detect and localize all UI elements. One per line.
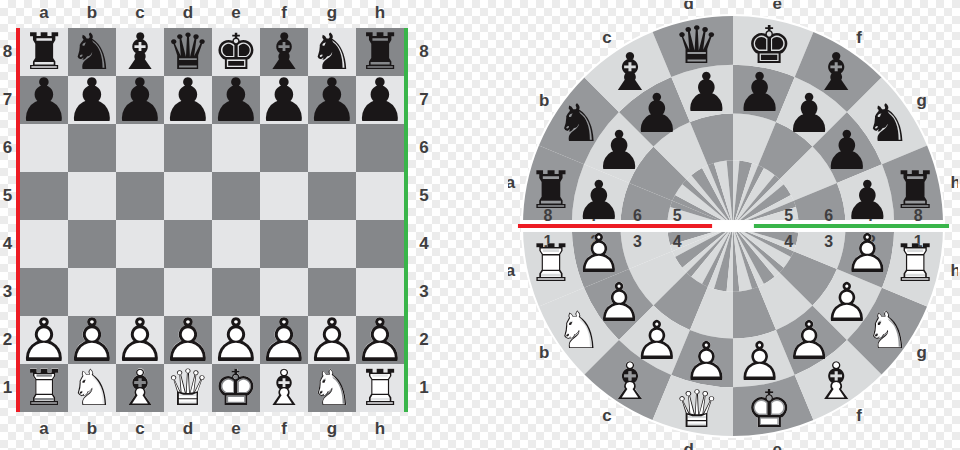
rank-labels-left: 87654321 [0, 28, 15, 412]
file-labels-bottom: abcdefgh [20, 418, 404, 440]
ranks-right-6: 6 [410, 124, 438, 172]
sector-label-c-bottom: c [602, 406, 611, 425]
files-bottom-d: d [164, 418, 212, 440]
ring-number-topright-6: 6 [824, 207, 833, 224]
ranks-left-1: 1 [0, 364, 15, 412]
piece-glyph: ♝ [607, 42, 653, 102]
black-rook-a8-circular[interactable]: ♜ [528, 160, 574, 220]
circular-board-panel: 8765123456784321♟♜♟♞♟♝♟♛♟♚♟♝♟♞♟♜♟♙♜♖♟♙♞♘… [508, 1, 958, 450]
square-a5[interactable] [20, 172, 68, 220]
files-bottom-b: b [68, 418, 116, 440]
square-f5[interactable] [260, 172, 308, 220]
file-labels-top: abcdefgh [20, 2, 404, 24]
square-g6[interactable] [308, 124, 356, 172]
files-top-d: d [164, 2, 212, 24]
square-a4[interactable] [20, 220, 68, 268]
sector-label-b-bottom: b [539, 343, 549, 362]
ring-number-bottomleft-3: 3 [633, 233, 642, 250]
ranks-right-5: 5 [410, 172, 438, 220]
black-pawn-a7[interactable]: ♟ [20, 76, 68, 124]
square-d4[interactable] [164, 220, 212, 268]
ring-number-bottomleft-4: 4 [673, 233, 682, 250]
square-e1[interactable]: ♚♔ [212, 364, 260, 412]
ring-number-bottomright-4: 4 [784, 233, 793, 250]
white-pawn-d2[interactable]: ♟♙ [164, 316, 212, 364]
ring-number-bottomright-3: 3 [824, 233, 833, 250]
piece-outline: ♕ [674, 379, 720, 439]
piece-outline: ♘ [308, 364, 356, 412]
square-f1[interactable]: ♝♗ [260, 364, 308, 412]
piece-glyph: ♜ [528, 160, 574, 220]
standard-board-grid: ♜♞♝♛♚♝♞♜♟♟♟♟♟♟♟♟♟♙♟♙♟♙♟♙♟♙♟♙♟♙♟♙♜♖♞♘♝♗♛♕… [20, 28, 404, 412]
piece-outline: ♙ [20, 316, 68, 364]
ranks-left-5: 5 [0, 172, 15, 220]
piece-outline: ♗ [116, 364, 164, 412]
piece-outline: ♙ [356, 316, 404, 364]
square-a6[interactable] [20, 124, 68, 172]
square-h2[interactable]: ♟♙ [356, 316, 404, 364]
black-pawn-h7[interactable]: ♟ [356, 76, 404, 124]
white-knight-g1-circular[interactable]: ♞♘ [864, 300, 910, 360]
piece-glyph: ♝ [813, 42, 859, 102]
square-f2[interactable]: ♟♙ [260, 316, 308, 364]
sector-label-c-top: c [602, 28, 611, 47]
square-d2[interactable]: ♟♙ [164, 316, 212, 364]
square-e4[interactable] [212, 220, 260, 268]
files-bottom-g: g [308, 418, 356, 440]
white-pawn-c2[interactable]: ♟♙ [116, 316, 164, 364]
square-d6[interactable] [164, 124, 212, 172]
white-knight-b1-circular[interactable]: ♞♘ [555, 300, 601, 360]
piece-outline: ♖ [528, 233, 574, 293]
piece-outline: ♖ [356, 364, 404, 412]
square-b1[interactable]: ♞♘ [68, 364, 116, 412]
piece-glyph: ♞ [555, 93, 601, 153]
sector-label-a-bottom: a [508, 261, 516, 280]
white-bishop-f1[interactable]: ♝♗ [260, 364, 308, 412]
square-g4[interactable] [308, 220, 356, 268]
black-pawn-e7[interactable]: ♟ [212, 76, 260, 124]
sector-label-f-top: f [856, 28, 862, 47]
black-rook-h8-circular[interactable]: ♜ [892, 160, 938, 220]
files-bottom-c: c [116, 418, 164, 440]
black-bishop-c8-circular[interactable]: ♝ [607, 42, 653, 102]
white-pawn-f2[interactable]: ♟♙ [260, 316, 308, 364]
files-top-b: b [68, 2, 116, 24]
square-c5[interactable] [116, 172, 164, 220]
black-pawn-g7[interactable]: ♟ [308, 76, 356, 124]
piece-outline: ♙ [68, 316, 116, 364]
piece-glyph: ♚ [746, 15, 792, 75]
piece-outline: ♗ [813, 351, 859, 411]
square-e5[interactable] [212, 172, 260, 220]
ranks-right-1: 1 [410, 364, 438, 412]
square-b6[interactable] [68, 124, 116, 172]
square-h5[interactable] [356, 172, 404, 220]
white-bishop-f1-circular[interactable]: ♝♗ [813, 351, 859, 411]
ranks-left-8: 8 [0, 28, 15, 76]
square-c2[interactable]: ♟♙ [116, 316, 164, 364]
white-pawn-b2[interactable]: ♟♙ [68, 316, 116, 364]
square-c4[interactable] [116, 220, 164, 268]
sector-label-f-bottom: f [856, 406, 862, 425]
white-rook-a1-circular[interactable]: ♜♖ [528, 233, 574, 293]
square-a1[interactable]: ♜♖ [20, 364, 68, 412]
files-top-c: c [116, 2, 164, 24]
white-knight-b1[interactable]: ♞♘ [68, 364, 116, 412]
sector-label-b-top: b [539, 91, 549, 110]
ranks-right-3: 3 [410, 268, 438, 316]
piece-outline: ♙ [164, 316, 212, 364]
square-g1[interactable]: ♞♘ [308, 364, 356, 412]
square-f7[interactable]: ♟ [260, 76, 308, 124]
square-b5[interactable] [68, 172, 116, 220]
rank-labels-right: 87654321 [410, 28, 438, 412]
square-d1[interactable]: ♛♕ [164, 364, 212, 412]
white-knight-g1[interactable]: ♞♘ [308, 364, 356, 412]
piece-outline: ♙ [843, 222, 891, 285]
square-e6[interactable] [212, 124, 260, 172]
page: abcdefgh abcdefgh 87654321 87654321 ♜♞♝♛… [0, 0, 960, 450]
piece-outline: ♙ [260, 316, 308, 364]
black-queen-d8-circular[interactable]: ♛ [674, 15, 720, 75]
piece-outline: ♔ [746, 379, 792, 439]
white-king-e1[interactable]: ♚♔ [212, 364, 260, 412]
square-h6[interactable] [356, 124, 404, 172]
sector-label-g-bottom: g [917, 343, 927, 362]
ranks-right-8: 8 [410, 28, 438, 76]
square-c1[interactable]: ♝♗ [116, 364, 164, 412]
white-pawn-h2-circular[interactable]: ♟♙ [843, 222, 891, 285]
piece-glyph: ♞ [864, 93, 910, 153]
piece-outline: ♖ [20, 364, 68, 412]
files-bottom-a: a [20, 418, 68, 440]
piece-glyph: ♜ [892, 160, 938, 220]
black-king-e8-circular[interactable]: ♚ [746, 15, 792, 75]
square-f4[interactable] [260, 220, 308, 268]
square-c7[interactable]: ♟ [116, 76, 164, 124]
ring-number-topleft-6: 6 [633, 207, 642, 224]
sector-label-a-top: a [508, 173, 516, 192]
piece-outline: ♕ [164, 364, 212, 412]
square-g2[interactable]: ♟♙ [308, 316, 356, 364]
square-e7[interactable]: ♟ [212, 76, 260, 124]
piece-outline: ♘ [864, 300, 910, 360]
sector-label-d-top: d [684, 1, 694, 13]
square-h1[interactable]: ♜♖ [356, 364, 404, 412]
piece-outline: ♖ [892, 233, 938, 293]
ring-number-topright-5: 5 [784, 207, 793, 224]
piece-outline: ♘ [68, 364, 116, 412]
sector-label-g-top: g [917, 91, 927, 110]
square-g5[interactable] [308, 172, 356, 220]
piece-outline: ♙ [116, 316, 164, 364]
files-top-g: g [308, 2, 356, 24]
files-bottom-e: e [212, 418, 260, 440]
square-b2[interactable]: ♟♙ [68, 316, 116, 364]
white-pawn-e2[interactable]: ♟♙ [212, 316, 260, 364]
files-top-f: f [260, 2, 308, 24]
white-pawn-a2[interactable]: ♟♙ [20, 316, 68, 364]
files-top-a: a [20, 2, 68, 24]
square-e2[interactable]: ♟♙ [212, 316, 260, 364]
square-d5[interactable] [164, 172, 212, 220]
black-bishop-f8-circular[interactable]: ♝ [813, 42, 859, 102]
black-pawn-d7[interactable]: ♟ [164, 76, 212, 124]
files-top-e: e [212, 2, 260, 24]
piece-outline: ♘ [555, 300, 601, 360]
white-queen-d1-circular[interactable]: ♛♕ [674, 379, 720, 439]
square-h4[interactable] [356, 220, 404, 268]
white-rook-h1[interactable]: ♜♖ [356, 364, 404, 412]
black-pawn-f7[interactable]: ♟ [260, 76, 308, 124]
black-knight-g8-circular[interactable]: ♞ [864, 93, 910, 153]
piece-outline: ♗ [607, 351, 653, 411]
square-c6[interactable] [116, 124, 164, 172]
white-pawn-h2[interactable]: ♟♙ [356, 316, 404, 364]
sector-label-e-top: e [773, 1, 782, 13]
black-knight-b8-circular[interactable]: ♞ [555, 93, 601, 153]
square-a7[interactable]: ♟ [20, 76, 68, 124]
white-queen-d1[interactable]: ♛♕ [164, 364, 212, 412]
square-b7[interactable]: ♟ [68, 76, 116, 124]
white-king-e1-circular[interactable]: ♚♔ [746, 379, 792, 439]
ranks-right-7: 7 [410, 76, 438, 124]
piece-outline: ♔ [212, 364, 260, 412]
ranks-left-7: 7 [0, 76, 15, 124]
square-g7[interactable]: ♟ [308, 76, 356, 124]
sector-label-h-top: h [950, 173, 958, 192]
black-pawn-b7[interactable]: ♟ [68, 76, 116, 124]
square-f6[interactable] [260, 124, 308, 172]
square-b4[interactable] [68, 220, 116, 268]
ranks-left-3: 3 [0, 268, 15, 316]
ring-number-topleft-5: 5 [673, 207, 682, 224]
white-rook-a1[interactable]: ♜♖ [20, 364, 68, 412]
ranks-right-4: 4 [410, 220, 438, 268]
piece-outline: ♗ [260, 364, 308, 412]
black-pawn-c7[interactable]: ♟ [116, 76, 164, 124]
sector-label-d-bottom: d [684, 440, 694, 450]
ranks-right-2: 2 [410, 316, 438, 364]
square-a2[interactable]: ♟♙ [20, 316, 68, 364]
ranks-left-4: 4 [0, 220, 15, 268]
ranks-left-6: 6 [0, 124, 15, 172]
piece-outline: ♙ [212, 316, 260, 364]
files-bottom-f: f [260, 418, 308, 440]
square-h7[interactable]: ♟ [356, 76, 404, 124]
white-rook-h1-circular[interactable]: ♜♖ [892, 233, 938, 293]
square-d7[interactable]: ♟ [164, 76, 212, 124]
white-bishop-c1[interactable]: ♝♗ [116, 364, 164, 412]
sector-label-e-bottom: e [773, 440, 782, 450]
piece-glyph: ♛ [674, 15, 720, 75]
piece-outline: ♙ [308, 316, 356, 364]
ranks-left-2: 2 [0, 316, 15, 364]
files-bottom-h: h [356, 418, 404, 440]
files-top-h: h [356, 2, 404, 24]
white-bishop-c1-circular[interactable]: ♝♗ [607, 351, 653, 411]
sector-label-h-bottom: h [950, 261, 958, 280]
white-pawn-g2[interactable]: ♟♙ [308, 316, 356, 364]
